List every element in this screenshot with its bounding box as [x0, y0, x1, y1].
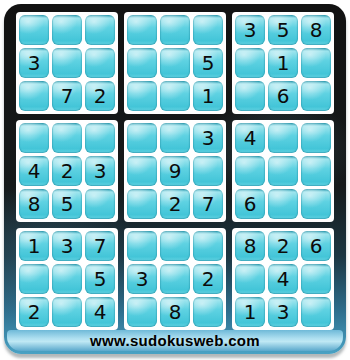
cell-r5c2[interactable]: 2: [52, 156, 82, 186]
given-digit: 3: [94, 161, 107, 181]
cell-r6c2[interactable]: 5: [52, 189, 82, 219]
cell-r3c5[interactable]: [160, 81, 190, 111]
cell-r2c4[interactable]: [127, 48, 157, 78]
cell-r2c8[interactable]: 1: [268, 48, 298, 78]
cell-r1c6[interactable]: [193, 15, 223, 45]
given-digit: 7: [61, 86, 74, 106]
cell-r7c9[interactable]: 6: [301, 231, 331, 261]
cell-r7c3[interactable]: 7: [85, 231, 115, 261]
given-digit: 3: [244, 20, 257, 40]
cell-r7c5[interactable]: [160, 231, 190, 261]
given-digit: 4: [94, 302, 107, 322]
cell-r5c3[interactable]: 3: [85, 156, 115, 186]
cell-r3c8[interactable]: 6: [268, 81, 298, 111]
cell-r4c7[interactable]: 4: [235, 123, 265, 153]
board-frame: 372513581642385392746137524328826413 www…: [4, 4, 346, 354]
cell-r5c5[interactable]: 9: [160, 156, 190, 186]
cell-r1c9[interactable]: 8: [301, 15, 331, 45]
sudoku-board: 372513581642385392746137524328826413: [16, 12, 334, 330]
cell-r1c8[interactable]: 5: [268, 15, 298, 45]
cell-r1c3[interactable]: [85, 15, 115, 45]
cell-r1c2[interactable]: [52, 15, 82, 45]
given-digit: 5: [202, 53, 215, 73]
cell-r7c6[interactable]: [193, 231, 223, 261]
given-digit: 5: [61, 194, 74, 214]
given-digit: 2: [202, 269, 215, 289]
cell-r3c6[interactable]: 1: [193, 81, 223, 111]
box-1-2: 51: [124, 12, 226, 114]
cell-r5c8[interactable]: [268, 156, 298, 186]
cell-r2c7[interactable]: [235, 48, 265, 78]
cell-r8c5[interactable]: [160, 264, 190, 294]
cell-r5c4[interactable]: [127, 156, 157, 186]
site-url[interactable]: www.sudokusweb.com: [90, 332, 260, 349]
given-digit: 2: [277, 236, 290, 256]
box-2-2: 3927: [124, 120, 226, 222]
cell-r9c5[interactable]: 8: [160, 297, 190, 327]
cell-r6c3[interactable]: [85, 189, 115, 219]
cell-r4c3[interactable]: [85, 123, 115, 153]
cell-r9c8[interactable]: 3: [268, 297, 298, 327]
given-digit: 6: [310, 236, 323, 256]
cell-r4c8[interactable]: [268, 123, 298, 153]
cell-r6c4[interactable]: [127, 189, 157, 219]
cell-r4c2[interactable]: [52, 123, 82, 153]
cell-r2c9[interactable]: [301, 48, 331, 78]
cell-r8c3[interactable]: 5: [85, 264, 115, 294]
cell-r4c5[interactable]: [160, 123, 190, 153]
cell-r9c2[interactable]: [52, 297, 82, 327]
box-3-2: 328: [124, 228, 226, 330]
cell-r6c1[interactable]: 8: [19, 189, 49, 219]
box-1-1: 372: [16, 12, 118, 114]
cell-r3c1[interactable]: [19, 81, 49, 111]
cell-r5c7[interactable]: [235, 156, 265, 186]
cell-r8c8[interactable]: 4: [268, 264, 298, 294]
box-2-3: 46: [232, 120, 334, 222]
given-digit: 1: [244, 302, 257, 322]
cell-r9c9[interactable]: [301, 297, 331, 327]
given-digit: 2: [61, 161, 74, 181]
cell-r7c1[interactable]: 1: [19, 231, 49, 261]
given-digit: 2: [169, 194, 182, 214]
cell-r1c7[interactable]: 3: [235, 15, 265, 45]
cell-r6c5[interactable]: 2: [160, 189, 190, 219]
given-digit: 1: [277, 53, 290, 73]
given-digit: 2: [94, 86, 107, 106]
given-digit: 3: [28, 53, 41, 73]
box-1-3: 35816: [232, 12, 334, 114]
given-digit: 3: [136, 269, 149, 289]
cell-r4c1[interactable]: [19, 123, 49, 153]
cell-r8c2[interactable]: [52, 264, 82, 294]
cell-r8c6[interactable]: 2: [193, 264, 223, 294]
cell-r4c6[interactable]: 3: [193, 123, 223, 153]
cell-r6c6[interactable]: 7: [193, 189, 223, 219]
given-digit: 8: [244, 236, 257, 256]
given-digit: 5: [94, 269, 107, 289]
given-digit: 1: [202, 86, 215, 106]
given-digit: 4: [277, 269, 290, 289]
cell-r9c4[interactable]: [127, 297, 157, 327]
given-digit: 5: [277, 20, 290, 40]
cell-r3c4[interactable]: [127, 81, 157, 111]
cell-r9c6[interactable]: [193, 297, 223, 327]
cell-r3c9[interactable]: [301, 81, 331, 111]
cell-r8c1[interactable]: [19, 264, 49, 294]
cell-r8c9[interactable]: [301, 264, 331, 294]
cell-r5c6[interactable]: [193, 156, 223, 186]
cell-r2c2[interactable]: [52, 48, 82, 78]
cell-r1c4[interactable]: [127, 15, 157, 45]
cell-r2c1[interactable]: 3: [19, 48, 49, 78]
cell-r3c7[interactable]: [235, 81, 265, 111]
given-digit: 2: [28, 302, 41, 322]
given-digit: 7: [94, 236, 107, 256]
cell-r2c6[interactable]: 5: [193, 48, 223, 78]
given-digit: 9: [169, 161, 182, 181]
cell-r7c2[interactable]: 3: [52, 231, 82, 261]
cell-r7c8[interactable]: 2: [268, 231, 298, 261]
cell-r5c1[interactable]: 4: [19, 156, 49, 186]
cell-r1c5[interactable]: [160, 15, 190, 45]
cell-r6c7[interactable]: 6: [235, 189, 265, 219]
given-digit: 3: [61, 236, 74, 256]
cell-r2c5[interactable]: [160, 48, 190, 78]
cell-r9c3[interactable]: 4: [85, 297, 115, 327]
cell-r5c9[interactable]: [301, 156, 331, 186]
given-digit: 8: [28, 194, 41, 214]
footer-band: www.sudokusweb.com: [7, 330, 343, 351]
given-digit: 3: [277, 302, 290, 322]
given-digit: 1: [28, 236, 41, 256]
cell-r3c3[interactable]: 2: [85, 81, 115, 111]
given-digit: 4: [28, 161, 41, 181]
cell-r7c4[interactable]: [127, 231, 157, 261]
cell-r9c1[interactable]: 2: [19, 297, 49, 327]
given-digit: 6: [277, 86, 290, 106]
given-digit: 7: [202, 194, 215, 214]
box-2-1: 42385: [16, 120, 118, 222]
cell-r7c7[interactable]: 8: [235, 231, 265, 261]
given-digit: 6: [244, 194, 257, 214]
cell-r4c4[interactable]: [127, 123, 157, 153]
box-3-3: 826413: [232, 228, 334, 330]
cell-r9c7[interactable]: 1: [235, 297, 265, 327]
cell-r2c3[interactable]: [85, 48, 115, 78]
cell-r1c1[interactable]: [19, 15, 49, 45]
given-digit: 8: [310, 20, 323, 40]
cell-r3c2[interactable]: 7: [52, 81, 82, 111]
given-digit: 3: [202, 128, 215, 148]
cell-r8c4[interactable]: 3: [127, 264, 157, 294]
cell-r4c9[interactable]: [301, 123, 331, 153]
cell-r8c7[interactable]: [235, 264, 265, 294]
given-digit: 4: [244, 128, 257, 148]
given-digit: 8: [169, 302, 182, 322]
box-3-1: 137524: [16, 228, 118, 330]
cell-r6c9[interactable]: [301, 189, 331, 219]
cell-r6c8[interactable]: [268, 189, 298, 219]
